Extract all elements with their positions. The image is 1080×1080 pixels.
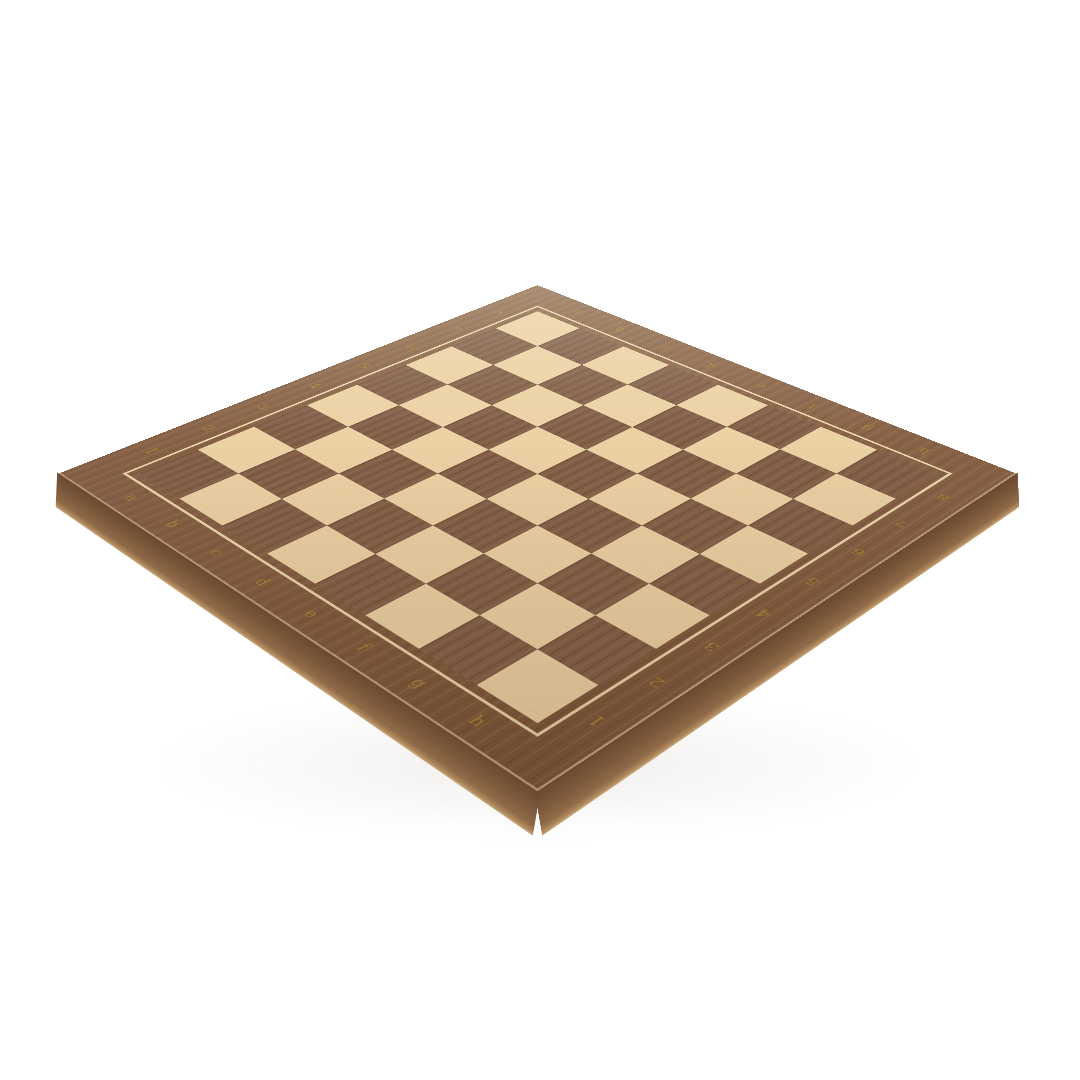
square-f3 <box>483 525 591 583</box>
square-h7 <box>793 473 895 525</box>
square-f1 <box>365 583 480 648</box>
square-h3 <box>594 583 709 648</box>
square-h2 <box>537 615 655 685</box>
square-g6 <box>690 473 792 525</box>
square-d3 <box>384 473 486 525</box>
square-d2 <box>327 498 432 553</box>
square-g1 <box>419 615 537 685</box>
square-e1 <box>314 553 425 615</box>
square-g4 <box>591 525 699 583</box>
square-h5 <box>699 525 807 583</box>
square-h1 <box>476 648 598 722</box>
square-f5 <box>588 473 690 525</box>
square-e3 <box>432 498 537 553</box>
square-g3 <box>537 553 648 615</box>
square-c1 <box>222 498 327 553</box>
square-g2 <box>480 583 595 648</box>
product-photo-scene: aabbccddeeffgghh1122334455667788 <box>0 0 1080 1080</box>
square-e2 <box>375 525 483 583</box>
square-g5 <box>642 498 747 553</box>
square-f4 <box>537 498 642 553</box>
square-d1 <box>267 525 375 583</box>
square-e4 <box>486 473 588 525</box>
square-f2 <box>426 553 537 615</box>
square-h6 <box>747 498 852 553</box>
playing-field <box>139 311 935 723</box>
square-c2 <box>281 473 383 525</box>
square-h4 <box>648 553 759 615</box>
square-b1 <box>179 473 281 525</box>
